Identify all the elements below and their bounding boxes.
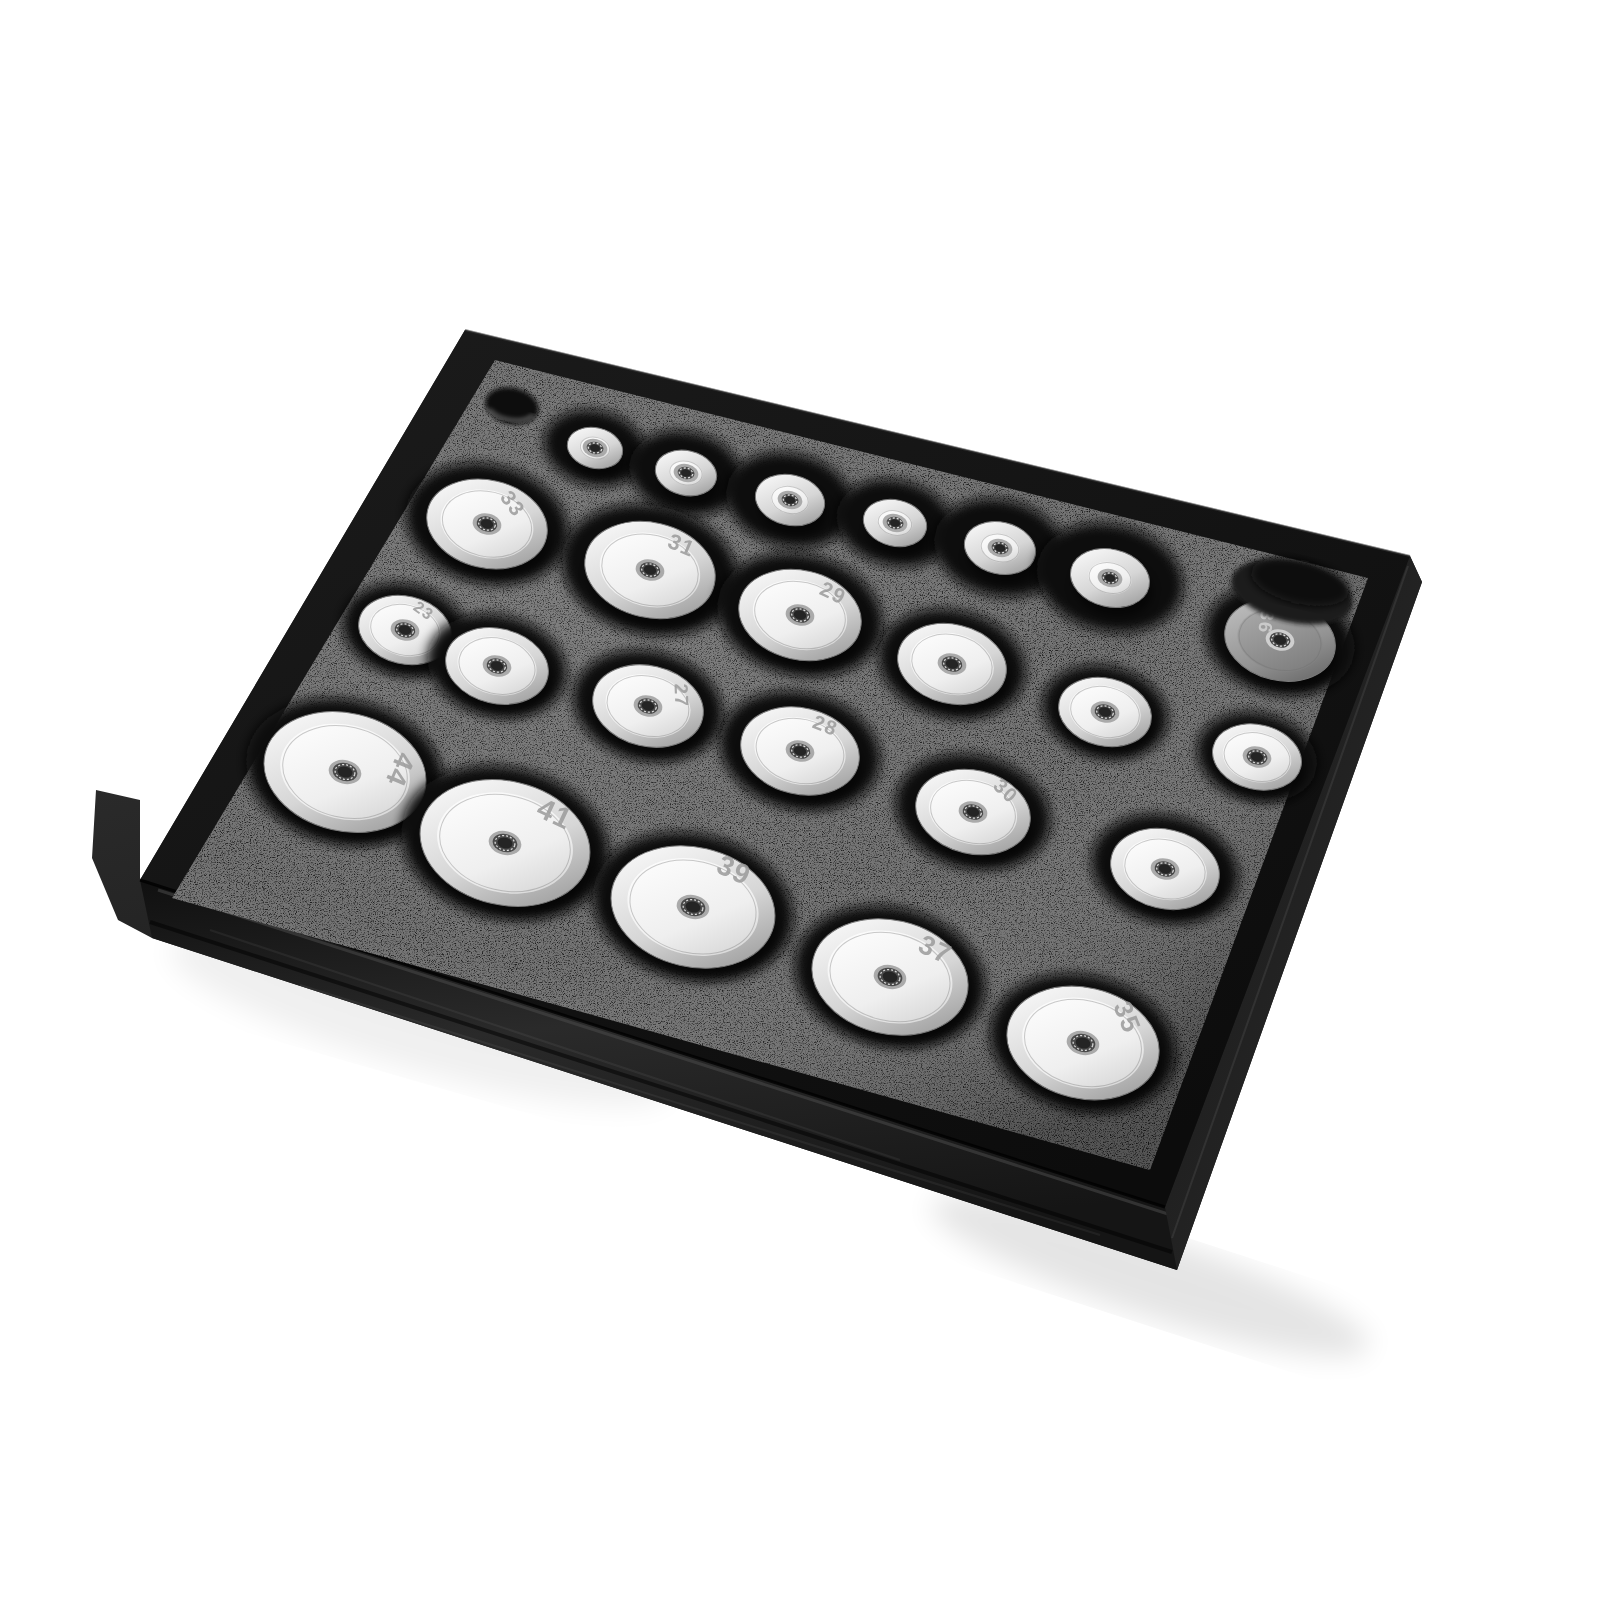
- die-set-scene-svg: 33312936232728304441393735: [0, 0, 1600, 1600]
- die-size-engraving: 27: [671, 683, 693, 708]
- product-photo: 33312936232728304441393735: [0, 0, 1600, 1600]
